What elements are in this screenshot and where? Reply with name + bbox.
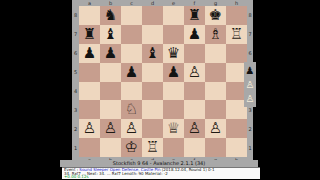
white-queen[interactable]: ♕ (167, 121, 180, 136)
square-f1[interactable] (184, 138, 205, 157)
coord-label-1: 1 (247, 145, 253, 151)
white-pawn[interactable]: ♙ (188, 121, 201, 136)
square-g5[interactable] (205, 63, 226, 82)
square-c7[interactable] (121, 25, 142, 44)
square-d8[interactable] (142, 6, 163, 25)
coord-label-8: 8 (72, 12, 79, 18)
captured-black-pawn-icon: ♟ (246, 64, 255, 78)
captured-material-tray: ♟♙♙ (244, 62, 256, 107)
white-pawn[interactable]: ♙ (188, 64, 201, 79)
black-pawn[interactable]: ♟ (188, 26, 201, 41)
square-b3[interactable] (100, 100, 121, 119)
square-d6[interactable]: ♝ (142, 44, 163, 63)
black-king[interactable]: ♚ (209, 7, 222, 22)
square-b4[interactable] (100, 82, 121, 101)
square-c5[interactable]: ♟ (121, 63, 142, 82)
white-pawn[interactable]: ♙ (104, 121, 117, 136)
square-h2[interactable] (226, 119, 247, 138)
square-h1[interactable] (226, 138, 247, 157)
coord-label-2: 2 (247, 126, 253, 132)
square-c2[interactable]: ♙ (121, 119, 142, 138)
black-pawn[interactable]: ♟ (125, 64, 138, 79)
board-panel: abcdefgh 87654321 ♞♜♚♜♝♟♗♖♟♟♝♛♟♟♙♘♙♙♙♕♙♙… (72, 0, 253, 163)
square-c3[interactable]: ♘ (121, 100, 142, 119)
square-g6[interactable] (205, 44, 226, 63)
coord-label-3: 3 (247, 107, 253, 113)
captured-white-pawn-icon: ♙ (246, 92, 255, 106)
square-b5[interactable] (100, 63, 121, 82)
square-f6[interactable] (184, 44, 205, 63)
game-info-box: Event : Sound Sleeper Open Defense, Cast… (62, 167, 260, 179)
square-g7[interactable]: ♗ (205, 25, 226, 44)
coord-label-2: 2 (72, 126, 79, 132)
square-d1[interactable]: ♖ (142, 138, 163, 157)
square-b7[interactable]: ♝ (100, 25, 121, 44)
square-d4[interactable] (142, 82, 163, 101)
square-g4[interactable] (205, 82, 226, 101)
square-d5[interactable] (142, 63, 163, 82)
square-a5[interactable] (79, 63, 100, 82)
square-b1[interactable] (100, 138, 121, 157)
square-d7[interactable] (142, 25, 163, 44)
rank-labels-left: 87654321 (72, 6, 79, 157)
black-rook[interactable]: ♜ (83, 26, 96, 41)
square-g2[interactable]: ♙ (205, 119, 226, 138)
coord-label-5: 5 (72, 69, 79, 75)
square-f7[interactable]: ♟ (184, 25, 205, 44)
coord-label-6: 6 (72, 50, 79, 56)
square-f2[interactable]: ♙ (184, 119, 205, 138)
black-rook[interactable]: ♜ (188, 7, 201, 22)
black-pawn[interactable]: ♟ (83, 45, 96, 60)
square-d2[interactable] (142, 119, 163, 138)
coord-label-7: 7 (247, 31, 253, 37)
square-g8[interactable]: ♚ (205, 6, 226, 25)
engine-match-title: Stockfish 9 64 - Avalanche 2.1.1 (34) (60, 160, 258, 167)
square-c6[interactable] (121, 44, 142, 63)
black-bishop[interactable]: ♝ (146, 45, 159, 60)
square-e3[interactable] (163, 100, 184, 119)
square-h8[interactable] (226, 6, 247, 25)
square-e1[interactable] (163, 138, 184, 157)
square-e6[interactable]: ♛ (163, 44, 184, 63)
square-h7[interactable]: ♖ (226, 25, 247, 44)
square-a1[interactable] (79, 138, 100, 157)
white-pawn[interactable]: ♙ (125, 121, 138, 136)
square-a4[interactable] (79, 82, 100, 101)
black-knight[interactable]: ♞ (104, 7, 117, 22)
square-b6[interactable]: ♟ (100, 44, 121, 63)
square-g3[interactable] (205, 100, 226, 119)
white-pawn[interactable]: ♙ (83, 121, 96, 136)
square-g1[interactable] (205, 138, 226, 157)
square-a2[interactable]: ♙ (79, 119, 100, 138)
square-b2[interactable]: ♙ (100, 119, 121, 138)
square-a8[interactable] (79, 6, 100, 25)
square-e5[interactable]: ♟ (163, 63, 184, 82)
square-f4[interactable] (184, 82, 205, 101)
square-a7[interactable]: ♜ (79, 25, 100, 44)
square-b8[interactable]: ♞ (100, 6, 121, 25)
coord-label-1: 1 (72, 145, 79, 151)
square-e7[interactable] (163, 25, 184, 44)
square-e4[interactable] (163, 82, 184, 101)
black-pawn[interactable]: ♟ (104, 45, 117, 60)
coord-label-8: 8 (247, 12, 253, 18)
square-e2[interactable]: ♕ (163, 119, 184, 138)
square-f3[interactable] (184, 100, 205, 119)
event-rest: (2018.12.04, Round 1) 0-1 (160, 168, 214, 172)
white-king[interactable]: ♔ (125, 140, 138, 155)
square-d3[interactable] (142, 100, 163, 119)
white-knight[interactable]: ♘ (125, 102, 138, 117)
coord-label-4: 4 (72, 88, 79, 94)
black-queen[interactable]: ♛ (167, 45, 180, 60)
eval-line: +0.00 0.12s (64, 175, 258, 179)
black-bishop[interactable]: ♝ (104, 26, 117, 41)
square-a3[interactable] (79, 100, 100, 119)
white-bishop[interactable]: ♗ (209, 26, 222, 41)
square-f8[interactable]: ♜ (184, 6, 205, 25)
square-e8[interactable] (163, 6, 184, 25)
white-rook[interactable]: ♖ (146, 140, 159, 155)
black-pawn[interactable]: ♟ (167, 64, 180, 79)
white-rook[interactable]: ♖ (230, 26, 243, 41)
captured-white-pawn-icon: ♙ (246, 78, 255, 92)
square-c8[interactable] (121, 6, 142, 25)
square-f5[interactable]: ♙ (184, 63, 205, 82)
square-c1[interactable]: ♔ (121, 138, 142, 157)
board-grid: ♞♜♚♜♝♟♗♖♟♟♝♛♟♟♙♘♙♙♙♕♙♙♔♖ (79, 6, 247, 157)
square-a6[interactable]: ♟ (79, 44, 100, 63)
white-pawn[interactable]: ♙ (209, 121, 222, 136)
square-h6[interactable] (226, 44, 247, 63)
square-c4[interactable] (121, 82, 142, 101)
coord-label-3: 3 (72, 107, 79, 113)
coord-label-7: 7 (72, 31, 79, 37)
coord-label-6: 6 (247, 50, 253, 56)
